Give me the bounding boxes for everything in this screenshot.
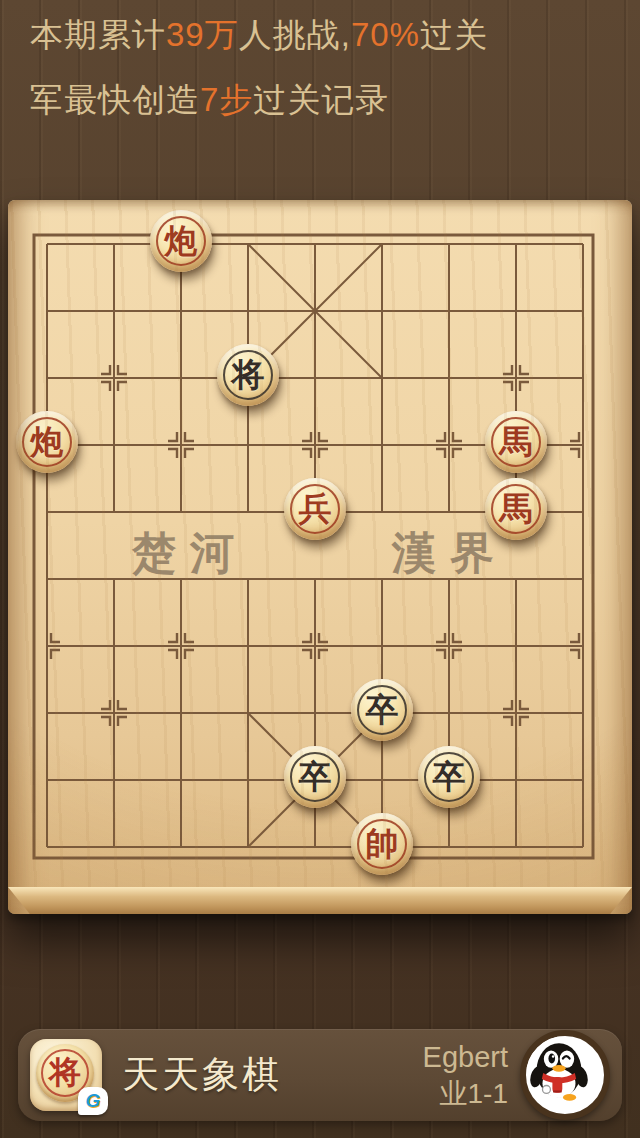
footer-bar: 将 G 天天象棋 Egbert 业1-1 [18, 1029, 622, 1121]
piece-glyph: 兵 [284, 478, 346, 540]
piece-glyph: 卒 [284, 746, 346, 808]
banner-highlight: 7步 [200, 81, 253, 118]
banner-line-2: 军最快创造7步过关记录 [30, 81, 610, 120]
banner-text: 人挑战, [239, 16, 351, 53]
piece-red-horse[interactable]: 馬 [485, 411, 547, 473]
banner-text: 过关记录 [253, 81, 389, 118]
banner-highlight: 39万 [166, 16, 239, 53]
piece-glyph: 卒 [351, 679, 413, 741]
banner-highlight: 70% [351, 16, 420, 53]
banner-text: 本期累计 [30, 16, 166, 53]
board-bottom-edge [8, 887, 632, 914]
xiangqi-board[interactable]: 楚河 漢界 炮将炮馬兵馬卒卒卒帥 [8, 200, 632, 914]
app-icon[interactable]: 将 G [30, 1039, 102, 1111]
piece-glyph: 馬 [485, 478, 547, 540]
piece-glyph: 炮 [16, 411, 78, 473]
piece-black-soldier[interactable]: 卒 [351, 679, 413, 741]
user-rank-badge: 业1-1 [440, 1076, 508, 1111]
river-label-chu-he: 楚河 [132, 524, 248, 583]
banner-text: 军最快创造 [30, 81, 200, 118]
piece-red-cannon[interactable]: 炮 [150, 210, 212, 272]
challenge-banner: 本期累计39万人挑战,70%过关 军最快创造7步过关记录 [30, 16, 610, 146]
piece-red-soldier[interactable]: 兵 [284, 478, 346, 540]
piece-glyph: 炮 [150, 210, 212, 272]
badge-letter: G [86, 1090, 101, 1112]
banner-text: 过关 [420, 16, 488, 53]
piece-red-general[interactable]: 帥 [351, 813, 413, 875]
piece-glyph: 帥 [351, 813, 413, 875]
piece-red-horse[interactable]: 馬 [485, 478, 547, 540]
piece-black-soldier[interactable]: 卒 [284, 746, 346, 808]
piece-glyph: 馬 [485, 411, 547, 473]
piece-glyph: 将 [217, 344, 279, 406]
piece-red-cannon[interactable]: 炮 [16, 411, 78, 473]
username: Egbert [423, 1039, 508, 1075]
piece-black-soldier[interactable]: 卒 [418, 746, 480, 808]
app-title: 天天象棋 [122, 1050, 282, 1100]
piece-glyph: 卒 [418, 746, 480, 808]
qq-penguin-icon [526, 1036, 592, 1102]
app-icon-glyph: 将 [49, 1051, 81, 1095]
user-info: Egbert 业1-1 [423, 1039, 508, 1110]
banner-line-1: 本期累计39万人挑战,70%过关 [30, 16, 610, 55]
user-avatar[interactable] [520, 1030, 610, 1120]
qq-games-badge-icon: G [78, 1087, 108, 1115]
piece-black-general[interactable]: 将 [217, 344, 279, 406]
